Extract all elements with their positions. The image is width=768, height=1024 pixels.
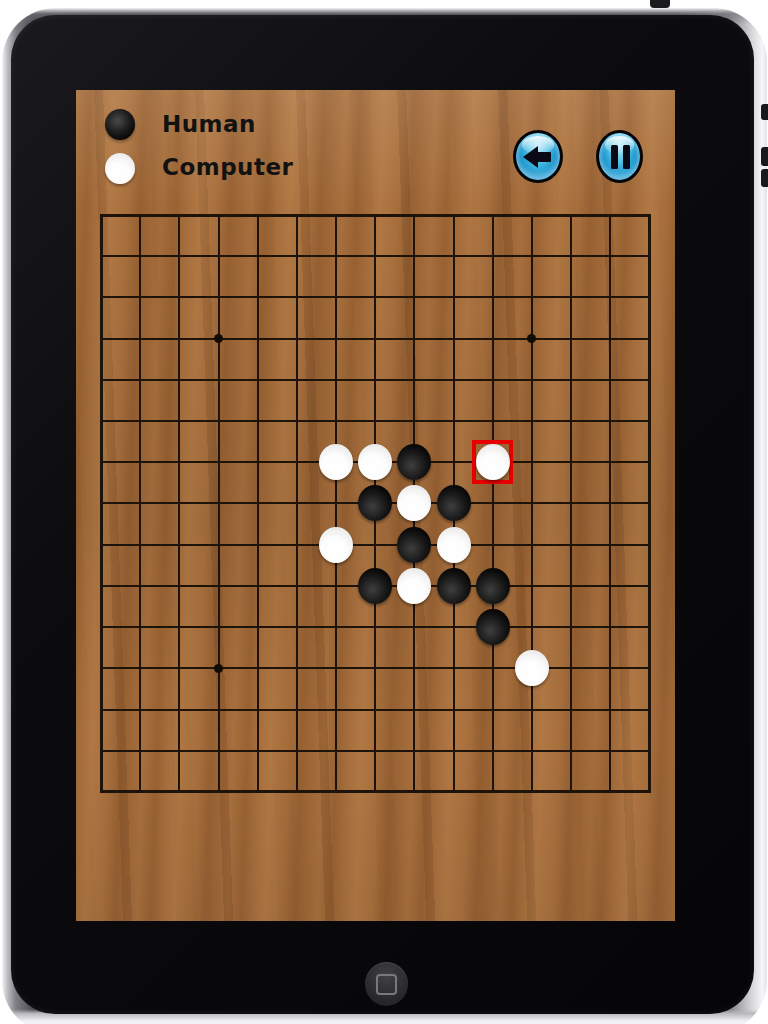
white-stone [319,527,353,563]
grid-hline [101,544,649,546]
black-stone [476,609,510,645]
grid-vline [570,215,572,792]
black-stone [437,568,471,604]
volume-down-button[interactable] [761,169,768,187]
white-stone [476,444,510,480]
grid-vline [531,215,533,792]
grid-hline [101,667,649,669]
white-stone [515,650,549,686]
grid-hline [101,626,649,628]
grid-vline [492,215,494,792]
home-icon [376,974,397,995]
grid-vline [609,215,611,792]
grid-hline [101,709,649,711]
white-stone [397,568,431,604]
star-point [214,664,223,673]
home-button[interactable] [365,962,408,1006]
volume-up-button[interactable] [761,147,768,166]
white-stone [437,527,471,563]
black-stone [358,568,392,604]
white-stone [319,444,353,480]
black-stone [476,568,510,604]
power-button[interactable] [650,0,670,8]
grid-hline [101,750,649,752]
tablet-frame: Human Computer [2,8,767,1024]
app-screen: Human Computer [76,90,675,921]
gomoku-board[interactable] [76,90,675,921]
screenshot-root: { "game": "gomoku", "app": { "legend": [… [0,0,768,1024]
side-switch-button[interactable] [761,104,768,120]
black-stone [397,527,431,563]
black-stone [437,485,471,521]
